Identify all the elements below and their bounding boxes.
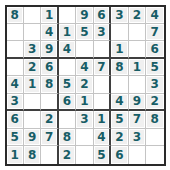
cell-r1c2[interactable] (24, 7, 41, 24)
page: 8196324415373941626478154185233614926231… (0, 0, 170, 170)
cell-r9c9[interactable] (146, 146, 163, 163)
cell-r2c2[interactable] (24, 24, 41, 41)
cell-r5c3[interactable]: 8 (41, 76, 58, 93)
cell-r4c7[interactable]: 8 (111, 59, 128, 76)
cell-r9c5[interactable] (76, 146, 93, 163)
cell-r4c9[interactable]: 5 (146, 59, 163, 76)
cell-r3c6[interactable] (94, 41, 111, 58)
cell-r3c7[interactable]: 1 (111, 41, 128, 58)
cell-r9c8[interactable] (129, 146, 146, 163)
cell-r9c3[interactable] (41, 146, 58, 163)
cell-r5c8[interactable] (129, 76, 146, 93)
cell-r2c9[interactable]: 7 (146, 24, 163, 41)
cell-r9c7[interactable]: 6 (111, 146, 128, 163)
cell-r9c4[interactable]: 2 (59, 146, 76, 163)
cell-r1c5[interactable]: 9 (76, 7, 93, 24)
cell-r8c5[interactable] (76, 129, 93, 146)
cell-r5c4[interactable]: 5 (59, 76, 76, 93)
cell-r6c7[interactable]: 4 (111, 94, 128, 111)
cell-r6c5[interactable]: 1 (76, 94, 93, 111)
cell-r4c4[interactable] (59, 59, 76, 76)
cell-r1c8[interactable]: 2 (129, 7, 146, 24)
cell-r6c6[interactable] (94, 94, 111, 111)
cell-r8c8[interactable]: 3 (129, 129, 146, 146)
cell-r6c8[interactable]: 9 (129, 94, 146, 111)
cell-r3c9[interactable]: 6 (146, 41, 163, 58)
cell-r9c6[interactable]: 5 (94, 146, 111, 163)
cell-r3c1[interactable] (7, 41, 24, 58)
cell-r6c2[interactable] (24, 94, 41, 111)
cell-r6c4[interactable]: 6 (59, 94, 76, 111)
cell-r8c1[interactable]: 5 (7, 129, 24, 146)
cell-r4c8[interactable]: 1 (129, 59, 146, 76)
cell-r1c4[interactable] (59, 7, 76, 24)
cell-r5c7[interactable] (111, 76, 128, 93)
cell-r5c6[interactable] (94, 76, 111, 93)
cell-r7c2[interactable] (24, 111, 41, 128)
cell-r2c3[interactable]: 4 (41, 24, 58, 41)
cell-r2c8[interactable] (129, 24, 146, 41)
cell-r7c9[interactable]: 8 (146, 111, 163, 128)
cell-r2c1[interactable] (7, 24, 24, 41)
cell-r8c4[interactable]: 8 (59, 129, 76, 146)
cell-r1c3[interactable]: 1 (41, 7, 58, 24)
cell-r2c4[interactable]: 1 (59, 24, 76, 41)
cell-r7c8[interactable]: 7 (129, 111, 146, 128)
cell-r3c3[interactable]: 9 (41, 41, 58, 58)
cell-r1c6[interactable]: 6 (94, 7, 111, 24)
cell-r3c5[interactable] (76, 41, 93, 58)
cell-r4c1[interactable] (7, 59, 24, 76)
cell-r8c2[interactable]: 9 (24, 129, 41, 146)
cell-r9c1[interactable]: 1 (7, 146, 24, 163)
cell-r2c5[interactable]: 5 (76, 24, 93, 41)
cell-r7c6[interactable]: 1 (94, 111, 111, 128)
cell-r6c9[interactable]: 2 (146, 94, 163, 111)
cell-r7c3[interactable]: 2 (41, 111, 58, 128)
cell-r8c3[interactable]: 7 (41, 129, 58, 146)
cell-r7c1[interactable]: 6 (7, 111, 24, 128)
cell-r7c5[interactable]: 3 (76, 111, 93, 128)
cell-r8c6[interactable]: 4 (94, 129, 111, 146)
cell-r7c7[interactable]: 5 (111, 111, 128, 128)
cell-r5c5[interactable]: 2 (76, 76, 93, 93)
cell-r5c1[interactable]: 4 (7, 76, 24, 93)
cell-r6c1[interactable]: 3 (7, 94, 24, 111)
cell-r1c1[interactable]: 8 (7, 7, 24, 24)
cell-r3c4[interactable]: 4 (59, 41, 76, 58)
cell-r7c4[interactable] (59, 111, 76, 128)
cell-r4c5[interactable]: 4 (76, 59, 93, 76)
cell-r2c7[interactable] (111, 24, 128, 41)
cell-r5c2[interactable]: 1 (24, 76, 41, 93)
cell-r3c8[interactable] (129, 41, 146, 58)
cell-r1c9[interactable]: 4 (146, 7, 163, 24)
sudoku-board: 8196324415373941626478154185233614926231… (5, 5, 166, 166)
cell-r4c3[interactable]: 6 (41, 59, 58, 76)
cell-r3c2[interactable]: 3 (24, 41, 41, 58)
cell-r9c2[interactable]: 8 (24, 146, 41, 163)
cell-r1c7[interactable]: 3 (111, 7, 128, 24)
cell-r6c3[interactable] (41, 94, 58, 111)
cell-r4c6[interactable]: 7 (94, 59, 111, 76)
cell-r8c9[interactable] (146, 129, 163, 146)
cell-r2c6[interactable]: 3 (94, 24, 111, 41)
cell-r5c9[interactable]: 3 (146, 76, 163, 93)
cell-r8c7[interactable]: 2 (111, 129, 128, 146)
cell-r4c2[interactable]: 2 (24, 59, 41, 76)
